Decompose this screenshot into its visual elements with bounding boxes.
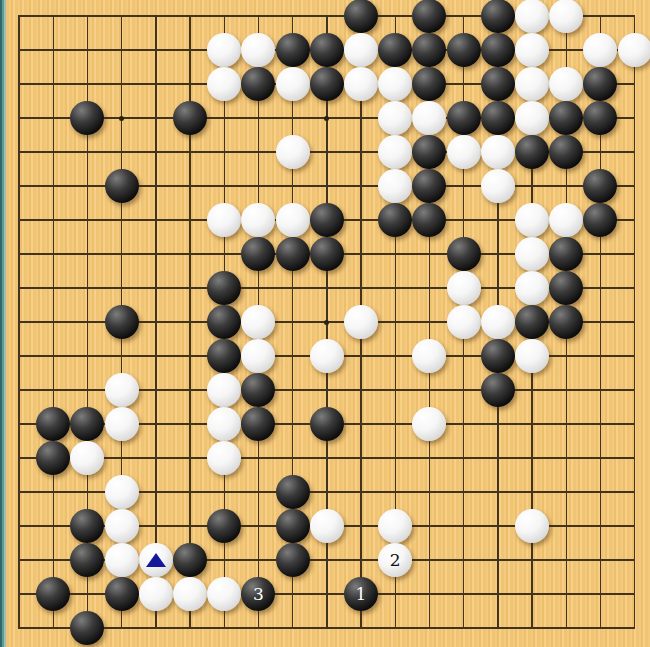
white-stone bbox=[207, 67, 241, 101]
white-stone bbox=[276, 203, 310, 237]
black-stone bbox=[447, 237, 481, 271]
black-stone bbox=[344, 0, 378, 33]
white-stone bbox=[276, 67, 310, 101]
black-stone bbox=[481, 373, 515, 407]
black-stone bbox=[276, 33, 310, 67]
black-stone bbox=[481, 339, 515, 373]
black-stone bbox=[36, 577, 70, 611]
black-stone bbox=[70, 543, 104, 577]
white-stone bbox=[70, 441, 104, 475]
black-stone bbox=[515, 305, 549, 339]
move-number-label: 3 bbox=[253, 586, 264, 603]
black-stone bbox=[412, 0, 446, 33]
black-stone bbox=[276, 237, 310, 271]
black-stone bbox=[310, 33, 344, 67]
white-stone bbox=[344, 305, 378, 339]
white-stone bbox=[549, 67, 583, 101]
black-stone bbox=[549, 135, 583, 169]
black-stone bbox=[310, 67, 344, 101]
black-stone bbox=[378, 203, 412, 237]
black-stone bbox=[241, 373, 275, 407]
white-stone bbox=[105, 407, 139, 441]
white-stone bbox=[105, 543, 139, 577]
white-stone bbox=[310, 509, 344, 543]
hoshi-point bbox=[324, 116, 329, 121]
white-stone bbox=[515, 271, 549, 305]
white-stone bbox=[344, 33, 378, 67]
white-stone bbox=[515, 101, 549, 135]
black-stone bbox=[36, 407, 70, 441]
black-stone bbox=[276, 509, 310, 543]
black-stone: 1 bbox=[344, 577, 378, 611]
white-stone bbox=[447, 135, 481, 169]
black-stone bbox=[583, 67, 617, 101]
move-number-label: 1 bbox=[356, 586, 367, 603]
white-stone bbox=[412, 101, 446, 135]
white-stone bbox=[105, 509, 139, 543]
white-stone bbox=[515, 509, 549, 543]
black-stone bbox=[378, 33, 412, 67]
triangle-marker bbox=[146, 553, 166, 567]
white-stone bbox=[378, 169, 412, 203]
white-stone bbox=[549, 0, 583, 33]
grid-line-horizontal bbox=[18, 457, 635, 459]
move-number-label: 2 bbox=[390, 552, 401, 569]
white-stone bbox=[481, 169, 515, 203]
black-stone bbox=[310, 407, 344, 441]
black-stone bbox=[412, 135, 446, 169]
black-stone bbox=[549, 271, 583, 305]
black-stone bbox=[70, 611, 104, 645]
white-stone bbox=[481, 305, 515, 339]
white-stone bbox=[207, 33, 241, 67]
black-stone bbox=[70, 101, 104, 135]
black-stone bbox=[105, 169, 139, 203]
white-stone bbox=[412, 407, 446, 441]
white-stone bbox=[583, 33, 617, 67]
black-stone bbox=[481, 67, 515, 101]
white-stone bbox=[241, 33, 275, 67]
white-stone bbox=[378, 509, 412, 543]
white-stone bbox=[515, 339, 549, 373]
white-stone bbox=[207, 577, 241, 611]
white-stone bbox=[618, 33, 650, 67]
black-stone bbox=[412, 203, 446, 237]
white-stone bbox=[378, 101, 412, 135]
black-stone bbox=[207, 339, 241, 373]
black-stone bbox=[207, 305, 241, 339]
hoshi-point bbox=[119, 116, 124, 121]
black-stone bbox=[481, 0, 515, 33]
white-stone bbox=[447, 271, 481, 305]
white-stone bbox=[344, 67, 378, 101]
grid-line-vertical bbox=[634, 15, 636, 629]
black-stone bbox=[207, 271, 241, 305]
window-edge-strip bbox=[0, 0, 6, 647]
black-stone bbox=[583, 169, 617, 203]
white-stone bbox=[549, 203, 583, 237]
black-stone: 3 bbox=[241, 577, 275, 611]
white-stone bbox=[241, 305, 275, 339]
black-stone bbox=[481, 101, 515, 135]
black-stone bbox=[310, 203, 344, 237]
go-board[interactable]: 231 bbox=[0, 0, 650, 647]
white-stone bbox=[105, 373, 139, 407]
black-stone bbox=[412, 169, 446, 203]
white-stone bbox=[515, 203, 549, 237]
white-stone bbox=[515, 67, 549, 101]
white-stone bbox=[241, 339, 275, 373]
black-stone bbox=[447, 101, 481, 135]
black-stone bbox=[583, 203, 617, 237]
black-stone bbox=[173, 101, 207, 135]
black-stone bbox=[310, 237, 344, 271]
white-stone bbox=[481, 135, 515, 169]
white-stone bbox=[139, 577, 173, 611]
black-stone bbox=[549, 305, 583, 339]
black-stone bbox=[105, 305, 139, 339]
white-stone bbox=[241, 203, 275, 237]
black-stone bbox=[276, 543, 310, 577]
black-stone bbox=[583, 101, 617, 135]
black-stone bbox=[412, 33, 446, 67]
black-stone bbox=[173, 543, 207, 577]
white-stone bbox=[378, 67, 412, 101]
white-stone bbox=[207, 373, 241, 407]
hoshi-point bbox=[324, 320, 329, 325]
grid-line-horizontal bbox=[18, 627, 635, 629]
black-stone bbox=[276, 475, 310, 509]
white-stone bbox=[276, 135, 310, 169]
black-stone bbox=[549, 101, 583, 135]
black-stone bbox=[70, 509, 104, 543]
black-stone bbox=[447, 33, 481, 67]
white-stone bbox=[207, 407, 241, 441]
black-stone bbox=[241, 237, 275, 271]
black-stone bbox=[241, 67, 275, 101]
white-stone bbox=[173, 577, 207, 611]
white-stone: 2 bbox=[378, 543, 412, 577]
white-stone bbox=[139, 543, 173, 577]
white-stone bbox=[515, 0, 549, 33]
black-stone bbox=[105, 577, 139, 611]
white-stone bbox=[310, 339, 344, 373]
white-stone bbox=[378, 135, 412, 169]
white-stone bbox=[515, 33, 549, 67]
white-stone bbox=[207, 441, 241, 475]
white-stone bbox=[207, 203, 241, 237]
white-stone bbox=[447, 305, 481, 339]
white-stone bbox=[105, 475, 139, 509]
white-stone bbox=[412, 339, 446, 373]
black-stone bbox=[207, 509, 241, 543]
black-stone bbox=[549, 237, 583, 271]
white-stone bbox=[515, 237, 549, 271]
black-stone bbox=[70, 407, 104, 441]
black-stone bbox=[241, 407, 275, 441]
black-stone bbox=[412, 67, 446, 101]
black-stone bbox=[515, 135, 549, 169]
black-stone bbox=[36, 441, 70, 475]
black-stone bbox=[481, 33, 515, 67]
